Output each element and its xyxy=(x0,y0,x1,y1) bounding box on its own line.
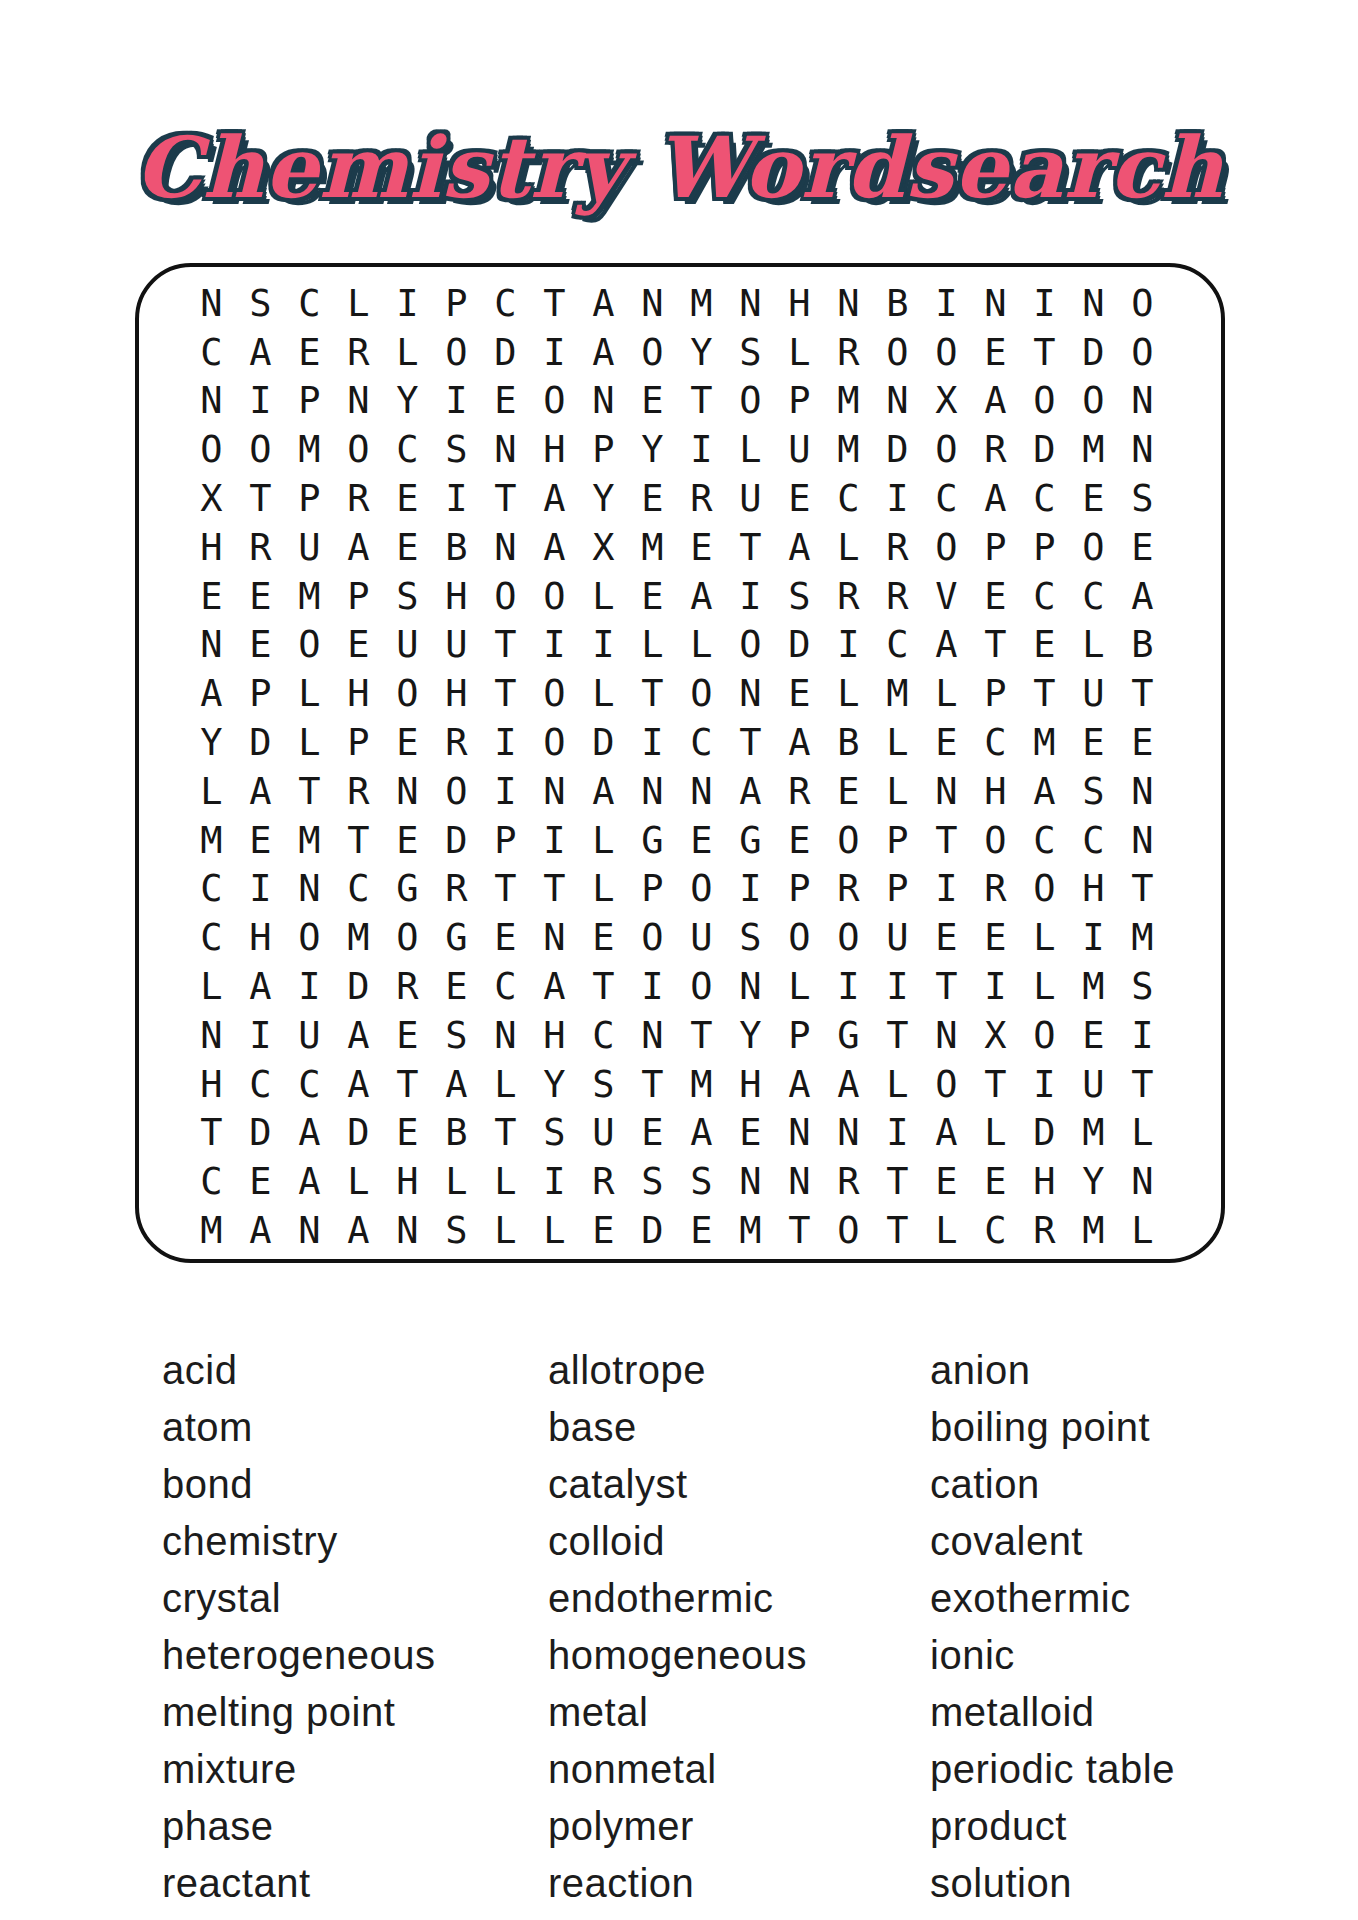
grid-cell-r14c9: E xyxy=(579,913,628,962)
grid-cell-r14c19: I xyxy=(1069,913,1118,962)
grid-cell-r4c6: S xyxy=(432,425,481,474)
grid-cell-r11c19: S xyxy=(1069,767,1118,816)
grid-cell-r12c19: C xyxy=(1069,816,1118,865)
grid-cell-r5c16: C xyxy=(922,474,971,523)
grid-cell-r16c7: N xyxy=(481,1011,530,1060)
grid-cell-r20c17: C xyxy=(971,1206,1020,1255)
grid-cell-r4c20: N xyxy=(1118,425,1167,474)
grid-cell-r2c19: D xyxy=(1069,328,1118,377)
grid-cell-r5c7: T xyxy=(481,474,530,523)
grid-cell-r3c19: O xyxy=(1069,377,1118,426)
grid-cell-r5c11: R xyxy=(677,474,726,523)
grid-cell-r1c7: C xyxy=(481,279,530,328)
grid-cell-r13c19: H xyxy=(1069,865,1118,914)
grid-cell-r8c10: L xyxy=(628,621,677,670)
grid-cell-r9c13: E xyxy=(775,669,824,718)
grid-cell-r19c2: E xyxy=(236,1157,285,1206)
grid-cell-r4c16: O xyxy=(922,425,971,474)
grid-cell-r3c18: O xyxy=(1020,377,1069,426)
grid-cell-r18c9: U xyxy=(579,1109,628,1158)
grid-cell-r18c6: B xyxy=(432,1109,481,1158)
grid-cell-r18c13: N xyxy=(775,1109,824,1158)
grid-cell-r8c16: A xyxy=(922,621,971,670)
grid-cell-r2c15: O xyxy=(873,328,922,377)
grid-cell-r8c19: L xyxy=(1069,621,1118,670)
grid-cell-r1c13: H xyxy=(775,279,824,328)
grid-cell-r2c14: R xyxy=(824,328,873,377)
word-item: solution xyxy=(930,1855,1175,1912)
grid-cell-r8c6: U xyxy=(432,621,481,670)
grid-cell-r9c10: T xyxy=(628,669,677,718)
grid-cell-r20c4: A xyxy=(334,1206,383,1255)
grid-cell-r1c3: C xyxy=(285,279,334,328)
grid-cell-r10c14: B xyxy=(824,718,873,767)
grid-cell-r18c2: D xyxy=(236,1109,285,1158)
grid-cell-r5c17: A xyxy=(971,474,1020,523)
grid-cell-r3c2: I xyxy=(236,377,285,426)
grid-cell-r15c1: L xyxy=(187,962,236,1011)
grid-cell-r15c6: E xyxy=(432,962,481,1011)
grid-cell-r6c7: N xyxy=(481,523,530,572)
grid-cell-r17c20: T xyxy=(1118,1060,1167,1109)
grid-cell-r16c4: A xyxy=(334,1011,383,1060)
grid-cell-r14c17: E xyxy=(971,913,1020,962)
grid-cell-r11c15: L xyxy=(873,767,922,816)
grid-cell-r18c18: D xyxy=(1020,1109,1069,1158)
grid-cell-r14c14: O xyxy=(824,913,873,962)
grid-cell-r6c17: P xyxy=(971,523,1020,572)
grid-cell-r4c15: D xyxy=(873,425,922,474)
grid-cell-r7c14: R xyxy=(824,572,873,621)
grid-cell-r2c6: O xyxy=(432,328,481,377)
grid-cell-r13c15: P xyxy=(873,865,922,914)
grid-cell-r8c1: N xyxy=(187,621,236,670)
grid-cell-r4c4: O xyxy=(334,425,383,474)
grid-cell-r20c16: L xyxy=(922,1206,971,1255)
word-item: cation xyxy=(930,1456,1175,1513)
grid-cell-r13c2: I xyxy=(236,865,285,914)
grid-cell-r4c8: H xyxy=(530,425,579,474)
grid-cell-r20c7: L xyxy=(481,1206,530,1255)
grid-cell-r1c18: I xyxy=(1020,279,1069,328)
grid-cell-r16c10: N xyxy=(628,1011,677,1060)
grid-cell-r10c9: D xyxy=(579,718,628,767)
grid-cell-r17c3: C xyxy=(285,1060,334,1109)
grid-cell-r16c16: N xyxy=(922,1011,971,1060)
grid-cell-r18c12: E xyxy=(726,1109,775,1158)
grid-cell-r6c8: A xyxy=(530,523,579,572)
grid-cell-r15c14: I xyxy=(824,962,873,1011)
grid-cell-r16c15: T xyxy=(873,1011,922,1060)
word-item: periodic table xyxy=(930,1741,1175,1798)
grid-cell-r17c17: T xyxy=(971,1060,1020,1109)
grid-cell-r9c14: L xyxy=(824,669,873,718)
grid-cell-r12c16: T xyxy=(922,816,971,865)
grid-cell-r11c8: N xyxy=(530,767,579,816)
grid-cell-r12c12: G xyxy=(726,816,775,865)
grid-cell-r16c9: C xyxy=(579,1011,628,1060)
grid-cell-r2c1: C xyxy=(187,328,236,377)
grid-cell-r10c20: E xyxy=(1118,718,1167,767)
grid-cell-r13c1: C xyxy=(187,865,236,914)
grid-cell-r14c11: U xyxy=(677,913,726,962)
grid-cell-r13c13: P xyxy=(775,865,824,914)
grid-cell-r18c10: E xyxy=(628,1109,677,1158)
grid-cell-r9c8: O xyxy=(530,669,579,718)
grid-cell-r7c3: M xyxy=(285,572,334,621)
grid-cell-r4c9: P xyxy=(579,425,628,474)
grid-cell-r19c12: N xyxy=(726,1157,775,1206)
wordsearch-worksheet: { "game": "wordsearch", "title": "Chemis… xyxy=(0,0,1358,1920)
grid-cell-r13c12: I xyxy=(726,865,775,914)
grid-cell-r18c14: N xyxy=(824,1109,873,1158)
grid-cell-r18c3: A xyxy=(285,1109,334,1158)
grid-cell-r5c2: T xyxy=(236,474,285,523)
grid-cell-r1c11: M xyxy=(677,279,726,328)
grid-cell-r20c10: D xyxy=(628,1206,677,1255)
grid-cell-r10c11: C xyxy=(677,718,726,767)
grid-cell-r10c4: P xyxy=(334,718,383,767)
grid-cell-r13c3: N xyxy=(285,865,334,914)
grid-cell-r8c5: U xyxy=(383,621,432,670)
grid-cell-r9c4: H xyxy=(334,669,383,718)
grid-cell-r13c7: T xyxy=(481,865,530,914)
grid-cell-r19c8: I xyxy=(530,1157,579,1206)
grid-cell-r18c11: A xyxy=(677,1109,726,1158)
grid-cell-r7c17: E xyxy=(971,572,1020,621)
grid-cell-r7c1: E xyxy=(187,572,236,621)
grid-cell-r7c16: V xyxy=(922,572,971,621)
grid-cell-r18c17: L xyxy=(971,1109,1020,1158)
grid-cell-r18c1: T xyxy=(187,1109,236,1158)
grid-cell-r7c2: E xyxy=(236,572,285,621)
grid-cell-r15c4: D xyxy=(334,962,383,1011)
word-list-column-3: anionboiling pointcationcovalentexotherm… xyxy=(930,1342,1175,1912)
grid-cell-r9c7: T xyxy=(481,669,530,718)
grid-cell-r7c19: C xyxy=(1069,572,1118,621)
grid-cell-r17c2: C xyxy=(236,1060,285,1109)
grid-cell-r1c12: N xyxy=(726,279,775,328)
grid-cell-r12c14: O xyxy=(824,816,873,865)
grid-cell-r17c14: A xyxy=(824,1060,873,1109)
grid-cell-r14c16: E xyxy=(922,913,971,962)
grid-cell-r15c9: T xyxy=(579,962,628,1011)
grid-cell-r12c8: I xyxy=(530,816,579,865)
grid-cell-r14c12: S xyxy=(726,913,775,962)
word-item: mixture xyxy=(162,1741,435,1798)
grid-cell-r3c4: N xyxy=(334,377,383,426)
grid-cell-r12c9: L xyxy=(579,816,628,865)
grid-cell-r20c18: R xyxy=(1020,1206,1069,1255)
grid-cell-r13c18: O xyxy=(1020,865,1069,914)
grid-cell-r19c20: N xyxy=(1118,1157,1167,1206)
grid-cell-r14c1: C xyxy=(187,913,236,962)
grid-cell-r14c4: M xyxy=(334,913,383,962)
grid-cell-r2c18: T xyxy=(1020,328,1069,377)
word-item: product xyxy=(930,1798,1175,1855)
grid-cell-r14c8: N xyxy=(530,913,579,962)
grid-cell-r11c6: O xyxy=(432,767,481,816)
grid-cell-r5c13: E xyxy=(775,474,824,523)
word-item: ionic xyxy=(930,1627,1175,1684)
grid-cell-r12c20: N xyxy=(1118,816,1167,865)
grid-cell-r12c6: D xyxy=(432,816,481,865)
grid-cell-r20c14: O xyxy=(824,1206,873,1255)
grid-cell-r7c4: P xyxy=(334,572,383,621)
grid-cell-r17c9: S xyxy=(579,1060,628,1109)
grid-cell-r4c17: R xyxy=(971,425,1020,474)
grid-cell-r11c2: A xyxy=(236,767,285,816)
grid-cell-r9c2: P xyxy=(236,669,285,718)
grid-cell-r12c13: E xyxy=(775,816,824,865)
grid-cell-r12c5: E xyxy=(383,816,432,865)
grid-cell-r7c18: C xyxy=(1020,572,1069,621)
grid-cell-r5c6: I xyxy=(432,474,481,523)
grid-cell-r11c17: H xyxy=(971,767,1020,816)
grid-cell-r17c10: T xyxy=(628,1060,677,1109)
grid-cell-r3c12: O xyxy=(726,377,775,426)
grid-cell-r5c19: E xyxy=(1069,474,1118,523)
grid-cell-r3c17: A xyxy=(971,377,1020,426)
grid-cell-r11c4: R xyxy=(334,767,383,816)
word-item: colloid xyxy=(548,1513,807,1570)
grid-cell-r7c20: A xyxy=(1118,572,1167,621)
grid-cell-r2c3: E xyxy=(285,328,334,377)
grid-cell-r18c16: A xyxy=(922,1109,971,1158)
grid-cell-r1c1: N xyxy=(187,279,236,328)
grid-cell-r11c3: T xyxy=(285,767,334,816)
grid-cell-r10c16: E xyxy=(922,718,971,767)
word-item: acid xyxy=(162,1342,435,1399)
grid-cell-r18c5: E xyxy=(383,1109,432,1158)
word-item: endothermic xyxy=(548,1570,807,1627)
grid-cell-r16c11: T xyxy=(677,1011,726,1060)
word-item: melting point xyxy=(162,1684,435,1741)
grid-cell-r19c10: S xyxy=(628,1157,677,1206)
grid-cell-r17c19: U xyxy=(1069,1060,1118,1109)
grid-cell-r1c8: T xyxy=(530,279,579,328)
grid-cell-r10c6: R xyxy=(432,718,481,767)
grid-cell-r7c13: S xyxy=(775,572,824,621)
grid-cell-r19c19: Y xyxy=(1069,1157,1118,1206)
grid-cell-r10c1: Y xyxy=(187,718,236,767)
grid-cell-r12c2: E xyxy=(236,816,285,865)
grid-cell-r6c10: M xyxy=(628,523,677,572)
grid-cell-r16c14: G xyxy=(824,1011,873,1060)
grid-cell-r1c4: L xyxy=(334,279,383,328)
grid-cell-r13c8: T xyxy=(530,865,579,914)
grid-cell-r12c10: G xyxy=(628,816,677,865)
grid-cell-r14c7: E xyxy=(481,913,530,962)
grid-cell-r8c18: E xyxy=(1020,621,1069,670)
word-item: bond xyxy=(162,1456,435,1513)
grid-cell-r9c5: O xyxy=(383,669,432,718)
grid-cell-r11c18: A xyxy=(1020,767,1069,816)
grid-cell-r8c9: I xyxy=(579,621,628,670)
grid-cell-r17c18: I xyxy=(1020,1060,1069,1109)
grid-cell-r17c15: L xyxy=(873,1060,922,1109)
grid-cell-r14c6: G xyxy=(432,913,481,962)
grid-cell-r11c5: N xyxy=(383,767,432,816)
grid-cell-r16c2: I xyxy=(236,1011,285,1060)
grid-cell-r2c9: A xyxy=(579,328,628,377)
word-item: allotrope xyxy=(548,1342,807,1399)
grid-cell-r6c18: P xyxy=(1020,523,1069,572)
grid-cell-r13c16: I xyxy=(922,865,971,914)
grid-cell-r17c8: Y xyxy=(530,1060,579,1109)
grid-cell-r3c10: E xyxy=(628,377,677,426)
grid-cell-r10c18: M xyxy=(1020,718,1069,767)
grid-cell-r7c11: A xyxy=(677,572,726,621)
grid-cell-r18c7: T xyxy=(481,1109,530,1158)
grid-cell-r9c15: M xyxy=(873,669,922,718)
grid-cell-r6c2: R xyxy=(236,523,285,572)
grid-cell-r18c19: M xyxy=(1069,1109,1118,1158)
grid-cell-r19c13: N xyxy=(775,1157,824,1206)
grid-cell-r3c3: P xyxy=(285,377,334,426)
grid-cell-r5c12: U xyxy=(726,474,775,523)
word-item: reactant xyxy=(162,1855,435,1912)
grid-cell-r20c3: N xyxy=(285,1206,334,1255)
grid-cell-r18c4: D xyxy=(334,1109,383,1158)
grid-cell-r9c20: T xyxy=(1118,669,1167,718)
grid-cell-r6c13: A xyxy=(775,523,824,572)
grid-cell-r5c9: Y xyxy=(579,474,628,523)
word-item: reaction xyxy=(548,1855,807,1912)
grid-cell-r1c16: I xyxy=(922,279,971,328)
grid-cell-r7c9: L xyxy=(579,572,628,621)
grid-cell-r16c6: S xyxy=(432,1011,481,1060)
grid-cell-r1c2: S xyxy=(236,279,285,328)
grid-cell-r1c14: N xyxy=(824,279,873,328)
grid-cell-r5c5: E xyxy=(383,474,432,523)
grid-cell-r3c20: N xyxy=(1118,377,1167,426)
grid-cell-r15c19: M xyxy=(1069,962,1118,1011)
grid-cell-r17c5: T xyxy=(383,1060,432,1109)
grid-cell-r19c16: E xyxy=(922,1157,971,1206)
grid-cell-r18c20: L xyxy=(1118,1109,1167,1158)
grid-cell-r8c13: D xyxy=(775,621,824,670)
grid-cell-r12c15: P xyxy=(873,816,922,865)
word-item: catalyst xyxy=(548,1456,807,1513)
grid-cell-r10c19: E xyxy=(1069,718,1118,767)
grid-cell-r11c1: L xyxy=(187,767,236,816)
grid-cell-r10c13: A xyxy=(775,718,824,767)
grid-cell-r19c6: L xyxy=(432,1157,481,1206)
grid-cell-r1c15: B xyxy=(873,279,922,328)
grid-cell-r16c12: Y xyxy=(726,1011,775,1060)
grid-cell-r3c9: N xyxy=(579,377,628,426)
grid-cell-r15c5: R xyxy=(383,962,432,1011)
grid-cell-r8c15: C xyxy=(873,621,922,670)
grid-cell-r16c8: H xyxy=(530,1011,579,1060)
grid-cell-r15c12: N xyxy=(726,962,775,1011)
grid-cell-r3c16: X xyxy=(922,377,971,426)
word-item: exothermic xyxy=(930,1570,1175,1627)
grid-cell-r4c19: M xyxy=(1069,425,1118,474)
grid-cell-r20c1: M xyxy=(187,1206,236,1255)
grid-cell-r20c12: M xyxy=(726,1206,775,1255)
word-item: covalent xyxy=(930,1513,1175,1570)
grid-cell-r8c11: L xyxy=(677,621,726,670)
grid-cell-r7c15: R xyxy=(873,572,922,621)
grid-cell-r20c8: L xyxy=(530,1206,579,1255)
grid-cell-r11c14: E xyxy=(824,767,873,816)
grid-cell-r4c2: O xyxy=(236,425,285,474)
grid-cell-r19c15: T xyxy=(873,1157,922,1206)
grid-cell-r16c19: E xyxy=(1069,1011,1118,1060)
word-item: homogeneous xyxy=(548,1627,807,1684)
grid-cell-r17c11: M xyxy=(677,1060,726,1109)
grid-cell-r3c14: M xyxy=(824,377,873,426)
grid-cell-r5c1: X xyxy=(187,474,236,523)
grid-cell-r20c5: N xyxy=(383,1206,432,1255)
grid-cell-r3c6: I xyxy=(432,377,481,426)
grid-cell-r5c8: A xyxy=(530,474,579,523)
grid-cell-r18c15: I xyxy=(873,1109,922,1158)
grid-cell-r17c6: A xyxy=(432,1060,481,1109)
grid-cell-r6c5: E xyxy=(383,523,432,572)
word-item: crystal xyxy=(162,1570,435,1627)
grid-cell-r15c7: C xyxy=(481,962,530,1011)
grid-cell-r2c13: L xyxy=(775,328,824,377)
grid-cell-r14c20: M xyxy=(1118,913,1167,962)
grid-cell-r17c4: A xyxy=(334,1060,383,1109)
grid-cell-r4c7: N xyxy=(481,425,530,474)
word-item: anion xyxy=(930,1342,1175,1399)
grid-cell-r9c16: L xyxy=(922,669,971,718)
grid-cell-r6c16: O xyxy=(922,523,971,572)
grid-cell-r17c12: H xyxy=(726,1060,775,1109)
grid-cell-r16c3: U xyxy=(285,1011,334,1060)
grid-cell-r13c10: P xyxy=(628,865,677,914)
grid-cell-r20c6: S xyxy=(432,1206,481,1255)
grid-cell-r10c12: T xyxy=(726,718,775,767)
grid-cell-r6c15: R xyxy=(873,523,922,572)
grid-cell-r10c10: I xyxy=(628,718,677,767)
grid-cell-r5c10: E xyxy=(628,474,677,523)
grid-cell-r19c17: E xyxy=(971,1157,1020,1206)
grid-cell-r10c7: I xyxy=(481,718,530,767)
grid-cell-r3c1: N xyxy=(187,377,236,426)
grid-cell-r1c19: N xyxy=(1069,279,1118,328)
grid-cell-r2c12: S xyxy=(726,328,775,377)
grid-cell-r19c3: A xyxy=(285,1157,334,1206)
grid-cell-r19c4: L xyxy=(334,1157,383,1206)
grid-cell-r14c15: U xyxy=(873,913,922,962)
grid-cell-r5c3: P xyxy=(285,474,334,523)
grid-cell-r17c13: A xyxy=(775,1060,824,1109)
grid-cell-r12c7: P xyxy=(481,816,530,865)
grid-cell-r16c13: P xyxy=(775,1011,824,1060)
word-list-column-1: acidatombondchemistrycrystalheterogeneou… xyxy=(162,1342,435,1912)
grid-cell-r8c20: B xyxy=(1118,621,1167,670)
word-item: polymer xyxy=(548,1798,807,1855)
grid-cell-r9c3: L xyxy=(285,669,334,718)
grid-cell-r8c4: E xyxy=(334,621,383,670)
grid-cell-r6c9: X xyxy=(579,523,628,572)
grid-cell-r6c20: E xyxy=(1118,523,1167,572)
grid-cell-r1c9: A xyxy=(579,279,628,328)
grid-cell-r19c7: L xyxy=(481,1157,530,1206)
grid-cell-r19c9: R xyxy=(579,1157,628,1206)
grid-cell-r15c10: I xyxy=(628,962,677,1011)
grid-cell-r9c6: H xyxy=(432,669,481,718)
grid-cell-r14c2: H xyxy=(236,913,285,962)
grid-cell-r11c9: A xyxy=(579,767,628,816)
grid-cell-r19c14: R xyxy=(824,1157,873,1206)
grid-cell-r16c1: N xyxy=(187,1011,236,1060)
